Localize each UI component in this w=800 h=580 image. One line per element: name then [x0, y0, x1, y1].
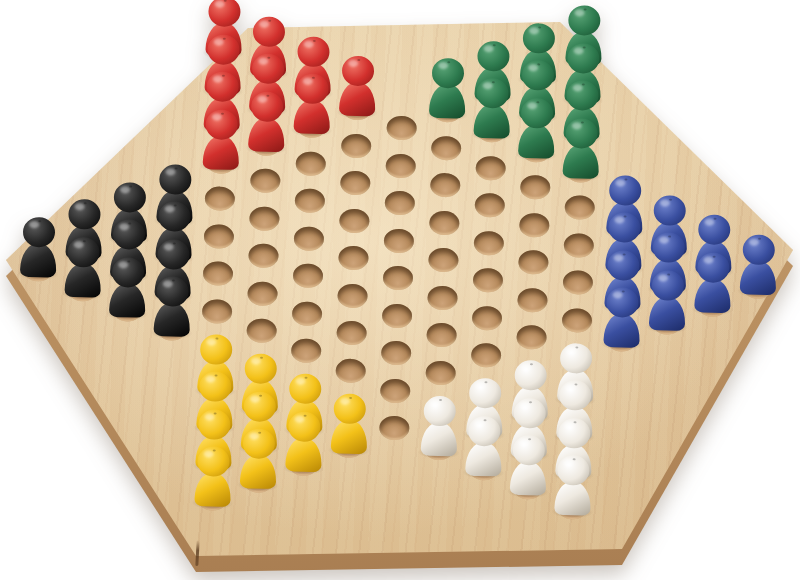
peg-blue[interactable] — [740, 234, 777, 295]
peg-head — [559, 380, 592, 411]
board-hole[interactable] — [250, 169, 281, 194]
peg-head — [243, 391, 276, 422]
peg-head — [243, 429, 276, 460]
peg-red[interactable] — [248, 91, 285, 152]
board-hole[interactable] — [291, 338, 322, 363]
peg-head — [432, 58, 465, 89]
peg-head — [652, 232, 685, 263]
peg-head — [697, 252, 730, 283]
board-hole[interactable] — [385, 153, 416, 178]
peg-black[interactable] — [20, 217, 57, 278]
board-hole[interactable] — [384, 228, 415, 253]
peg-head — [289, 373, 322, 404]
peg-head — [523, 23, 556, 54]
board-hole[interactable] — [379, 416, 410, 441]
board-hole[interactable] — [293, 263, 324, 288]
photo-background — [0, 0, 800, 580]
board-hole[interactable] — [562, 308, 593, 333]
peg-base — [20, 243, 57, 278]
peg-head — [565, 118, 598, 149]
peg-base — [339, 82, 376, 117]
board-hole[interactable] — [295, 151, 326, 176]
peg-head — [609, 175, 642, 206]
chinese-checkers-board — [0, 0, 800, 580]
peg-head — [557, 455, 590, 486]
board-hole[interactable] — [381, 341, 412, 366]
board-hole[interactable] — [519, 213, 550, 238]
peg-head — [159, 164, 192, 195]
board-hole[interactable] — [205, 186, 236, 211]
peg-base — [554, 481, 591, 516]
peg-green[interactable] — [429, 58, 466, 119]
peg-head — [296, 73, 329, 104]
board-hole[interactable] — [473, 268, 504, 293]
peg-head — [469, 378, 502, 409]
board-hole[interactable] — [337, 283, 368, 308]
board-hole[interactable] — [472, 305, 503, 330]
peg-head — [67, 237, 100, 268]
peg-black[interactable] — [154, 276, 191, 337]
board-hole[interactable] — [385, 191, 416, 216]
peg-head — [568, 5, 601, 36]
peg-head — [244, 354, 277, 385]
peg-head — [288, 411, 321, 442]
board-hole[interactable] — [517, 288, 548, 313]
peg-head — [652, 270, 685, 301]
peg-head — [251, 91, 284, 122]
board-hole[interactable] — [471, 343, 502, 368]
peg-head — [200, 334, 233, 365]
peg-head — [333, 393, 366, 424]
peg-base — [740, 260, 777, 295]
peg-head — [521, 98, 554, 129]
board-hole[interactable] — [564, 233, 595, 258]
peg-base — [563, 143, 600, 178]
peg-yellow[interactable] — [240, 428, 277, 489]
board-hole[interactable] — [246, 319, 277, 344]
peg-green[interactable] — [473, 78, 510, 139]
board-hole[interactable] — [339, 208, 370, 233]
peg-red[interactable] — [294, 73, 331, 134]
board-grid — [0, 0, 800, 580]
peg-white[interactable] — [465, 415, 502, 476]
peg-base — [421, 421, 458, 456]
board-hole[interactable] — [383, 266, 414, 291]
peg-base — [694, 278, 731, 313]
peg-head — [513, 398, 546, 429]
peg-base — [603, 313, 640, 348]
peg-white[interactable] — [510, 435, 547, 496]
peg-base — [465, 441, 502, 476]
peg-head — [608, 212, 641, 243]
peg-head — [522, 60, 555, 91]
peg-black[interactable] — [109, 256, 146, 317]
peg-head — [112, 257, 145, 288]
board-hole[interactable] — [518, 250, 549, 275]
peg-yellow[interactable] — [331, 393, 368, 454]
peg-head — [607, 250, 640, 281]
board-hole[interactable] — [249, 206, 280, 231]
peg-base — [429, 84, 466, 119]
peg-head — [512, 435, 545, 466]
peg-head — [197, 446, 230, 477]
peg-head — [514, 360, 547, 391]
board-hole[interactable] — [386, 116, 417, 141]
peg-head — [476, 78, 509, 109]
board-hole[interactable] — [382, 303, 413, 328]
board-hole[interactable] — [338, 246, 369, 271]
peg-head — [206, 71, 239, 102]
board-hole[interactable] — [341, 133, 372, 158]
peg-base — [294, 99, 331, 134]
peg-head — [297, 36, 330, 67]
board-hole[interactable] — [247, 281, 278, 306]
peg-base — [194, 472, 231, 507]
peg-blue[interactable] — [694, 252, 731, 313]
board-hole[interactable] — [425, 360, 456, 385]
peg-white[interactable] — [421, 395, 458, 456]
board-hole[interactable] — [203, 261, 234, 286]
peg-head — [468, 415, 501, 446]
peg-yellow[interactable] — [194, 446, 231, 507]
board-hole[interactable] — [520, 175, 551, 200]
peg-head — [199, 371, 232, 402]
board-hole[interactable] — [202, 299, 233, 324]
peg-head — [423, 395, 456, 426]
board-hole[interactable] — [429, 211, 460, 236]
peg-base — [109, 282, 146, 317]
peg-yellow[interactable] — [285, 411, 322, 472]
peg-head — [342, 56, 375, 87]
board-hole[interactable] — [428, 248, 459, 273]
peg-base — [510, 461, 547, 496]
peg-head — [252, 54, 285, 85]
board-hole[interactable] — [295, 188, 326, 213]
peg-green[interactable] — [518, 98, 555, 159]
peg-base — [473, 104, 510, 139]
peg-base — [285, 437, 322, 472]
peg-red[interactable] — [339, 56, 376, 117]
board-hole[interactable] — [248, 244, 279, 269]
peg-head — [156, 276, 189, 307]
peg-head — [207, 34, 240, 65]
board-hole[interactable] — [430, 173, 461, 198]
peg-head — [208, 0, 241, 27]
peg-head — [477, 40, 510, 71]
peg-head — [158, 201, 191, 232]
peg-head — [606, 287, 639, 318]
peg-head — [23, 217, 56, 248]
peg-head — [113, 219, 146, 250]
peg-head — [558, 417, 591, 448]
board-hole[interactable] — [516, 325, 547, 350]
peg-base — [649, 296, 686, 331]
board-hole[interactable] — [380, 378, 411, 403]
peg-base — [240, 454, 277, 489]
board-hole[interactable] — [204, 224, 235, 249]
peg-white[interactable] — [554, 455, 591, 516]
board-hole[interactable] — [336, 321, 367, 346]
peg-green[interactable] — [563, 118, 600, 179]
peg-base — [154, 302, 191, 337]
peg-head — [560, 342, 593, 373]
board-hole[interactable] — [427, 285, 458, 310]
board-hole[interactable] — [475, 155, 506, 180]
peg-head — [157, 239, 190, 270]
peg-red[interactable] — [203, 109, 240, 170]
board-hole[interactable] — [292, 301, 323, 326]
peg-blue[interactable] — [649, 270, 686, 331]
board-hole[interactable] — [340, 171, 371, 196]
peg-head — [566, 80, 599, 111]
peg-blue[interactable] — [603, 287, 640, 348]
peg-head — [742, 234, 775, 265]
peg-head — [205, 109, 238, 140]
board-hole[interactable] — [294, 226, 325, 251]
board-hole[interactable] — [564, 195, 595, 220]
peg-head — [698, 215, 731, 246]
board-hole[interactable] — [426, 323, 457, 348]
peg-head — [253, 16, 286, 47]
peg-base — [64, 263, 101, 298]
peg-base — [331, 419, 368, 454]
peg-head — [567, 43, 600, 74]
board-hole[interactable] — [474, 230, 505, 255]
board-hole[interactable] — [563, 270, 594, 295]
peg-base — [203, 135, 240, 170]
peg-head — [114, 182, 147, 213]
board-hole[interactable] — [475, 193, 506, 218]
board-hole[interactable] — [431, 136, 462, 161]
peg-base — [518, 124, 555, 159]
peg-black[interactable] — [64, 237, 101, 298]
board-hole[interactable] — [335, 358, 366, 383]
peg-head — [653, 195, 686, 226]
peg-head — [198, 409, 231, 440]
peg-base — [248, 117, 285, 152]
peg-head — [68, 199, 101, 230]
